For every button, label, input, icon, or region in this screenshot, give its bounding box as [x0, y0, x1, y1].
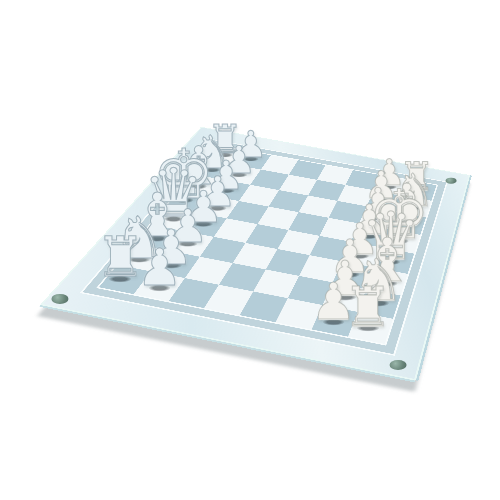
product-photo-stage: ♜♞♝♛♚♝♞♜♟♟♟♟♟♟♟♟♟♟♟♟♟♟♟♟♜♞♝♛♚♝♞♜ — [0, 0, 500, 500]
board-foot-3 — [446, 178, 457, 185]
board-foot-2 — [390, 360, 407, 370]
piece-white-pawn-a2[interactable]: ♟ — [137, 243, 183, 294]
piece-black-rook-a8[interactable]: ♜ — [343, 280, 392, 335]
